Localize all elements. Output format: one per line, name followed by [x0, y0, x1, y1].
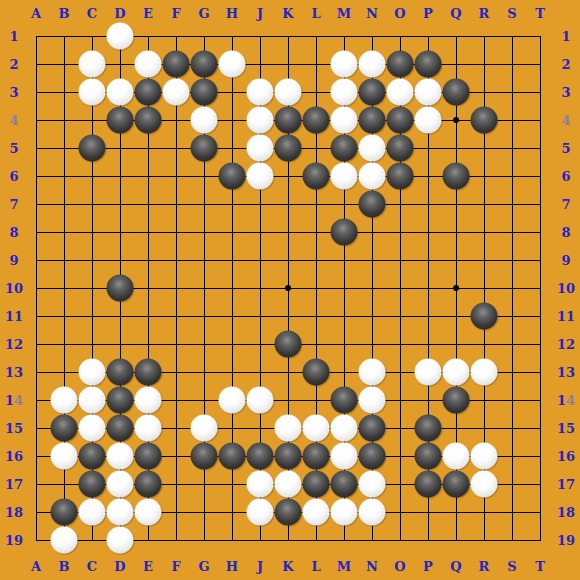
black-stone [275, 331, 302, 358]
row-label-left: 8 [9, 226, 18, 239]
white-stone [331, 163, 358, 190]
row-label-left: 9 [9, 254, 18, 267]
black-stone [303, 443, 330, 470]
row-label-right: 5 [561, 142, 570, 155]
white-stone [359, 387, 386, 414]
white-stone [79, 51, 106, 78]
white-stone [415, 107, 442, 134]
column-label-bottom: M [337, 560, 351, 573]
column-label-top: K [282, 7, 293, 20]
column-label-bottom: S [507, 560, 516, 573]
row-label-left: 2 [9, 58, 18, 71]
black-stone [331, 471, 358, 498]
column-label-top: B [59, 7, 70, 20]
white-stone [135, 51, 162, 78]
row-label-left: 4 [9, 114, 18, 127]
column-label-top: P [423, 7, 433, 20]
grid-line-horizontal [36, 316, 541, 317]
black-stone [135, 359, 162, 386]
black-stone [135, 107, 162, 134]
black-stone [275, 499, 302, 526]
column-label-bottom: A [31, 560, 41, 573]
row-label-right: 19 [557, 534, 575, 547]
white-stone [191, 107, 218, 134]
white-stone [247, 387, 274, 414]
star-point [453, 117, 459, 123]
column-label-top: O [394, 7, 405, 20]
black-stone [135, 443, 162, 470]
row-label-left: 12 [5, 338, 23, 351]
row-label-left: 10 [5, 282, 23, 295]
white-stone [79, 415, 106, 442]
black-stone [107, 387, 134, 414]
white-stone [387, 79, 414, 106]
white-stone [415, 79, 442, 106]
column-label-bottom: C [87, 560, 97, 573]
white-stone [51, 527, 78, 554]
grid-line-vertical [512, 36, 513, 541]
white-stone [135, 415, 162, 442]
black-stone [331, 219, 358, 246]
black-stone [191, 443, 218, 470]
white-stone [359, 135, 386, 162]
white-stone [359, 51, 386, 78]
white-stone [107, 23, 134, 50]
row-label-right: 9 [561, 254, 570, 267]
row-label-left: 3 [9, 86, 18, 99]
row-label-left: 13 [5, 366, 23, 379]
white-stone [275, 415, 302, 442]
white-stone [79, 79, 106, 106]
column-label-bottom: L [311, 560, 320, 573]
column-label-top: Q [450, 7, 461, 20]
white-stone [331, 443, 358, 470]
white-stone [107, 471, 134, 498]
white-stone [303, 499, 330, 526]
row-label-right: 16 [557, 450, 575, 463]
column-label-bottom: O [394, 560, 405, 573]
black-stone [471, 107, 498, 134]
row-label-right: 15 [557, 422, 575, 435]
black-stone [359, 443, 386, 470]
black-stone [219, 163, 246, 190]
white-stone [107, 499, 134, 526]
black-stone [219, 443, 246, 470]
row-label-right: 13 [557, 366, 575, 379]
column-label-top: C [87, 7, 97, 20]
row-label-right: 3 [561, 86, 570, 99]
black-stone [443, 163, 470, 190]
row-label-right: 1 [561, 30, 570, 43]
black-stone [303, 359, 330, 386]
white-stone [79, 387, 106, 414]
row-label-left: 16 [5, 450, 23, 463]
white-stone [443, 443, 470, 470]
row-label-left: 17 [5, 478, 23, 491]
column-label-bottom: R [479, 560, 490, 573]
row-label-right: 7 [561, 198, 570, 211]
row-label-right: 6 [561, 170, 570, 183]
white-stone [471, 359, 498, 386]
black-stone [359, 191, 386, 218]
black-stone [415, 51, 442, 78]
white-stone [51, 443, 78, 470]
black-stone [163, 51, 190, 78]
black-stone [443, 471, 470, 498]
black-stone [107, 415, 134, 442]
white-stone [107, 527, 134, 554]
column-label-top: S [507, 7, 516, 20]
row-label-left: 15 [5, 422, 23, 435]
black-stone [387, 51, 414, 78]
white-stone [471, 443, 498, 470]
white-stone [51, 387, 78, 414]
column-label-bottom: G [198, 560, 209, 573]
black-stone [79, 443, 106, 470]
black-stone [471, 303, 498, 330]
row-label-right: 18 [557, 506, 575, 519]
black-stone [247, 443, 274, 470]
column-label-bottom: F [171, 560, 180, 573]
white-stone [79, 499, 106, 526]
black-stone [443, 79, 470, 106]
column-label-bottom: H [226, 560, 238, 573]
black-stone [303, 471, 330, 498]
row-label-right: 2 [561, 58, 570, 71]
black-stone [79, 471, 106, 498]
row-label-left: 19 [5, 534, 23, 547]
column-label-bottom: D [114, 560, 125, 573]
white-stone [219, 387, 246, 414]
black-stone [359, 107, 386, 134]
black-stone [275, 107, 302, 134]
row-label-left: 5 [9, 142, 18, 155]
column-label-top: E [143, 7, 153, 20]
row-label-right: 4 [561, 114, 570, 127]
white-stone [331, 415, 358, 442]
column-label-bottom: J [257, 560, 263, 573]
star-point [285, 285, 291, 291]
white-stone [359, 499, 386, 526]
white-stone [135, 387, 162, 414]
white-stone [219, 51, 246, 78]
grid-line-vertical [540, 36, 541, 541]
column-label-top: G [198, 7, 209, 20]
white-stone [443, 359, 470, 386]
black-stone [275, 135, 302, 162]
white-stone [191, 415, 218, 442]
black-stone [387, 107, 414, 134]
row-label-right: 8 [561, 226, 570, 239]
row-label-right: 10 [557, 282, 575, 295]
white-stone [331, 79, 358, 106]
black-stone [387, 163, 414, 190]
black-stone [387, 135, 414, 162]
white-stone [247, 163, 274, 190]
column-label-top: L [311, 7, 320, 20]
white-stone [415, 359, 442, 386]
go-board[interactable]: AABBCCDDEEFFGGHHJJKKLLMMNNOOPPQQRRSSTT11… [0, 0, 580, 580]
column-label-bottom: T [535, 560, 545, 573]
black-stone [107, 107, 134, 134]
row-label-left: 1 [9, 30, 18, 43]
white-stone [247, 499, 274, 526]
column-label-top: J [257, 7, 263, 20]
black-stone [415, 443, 442, 470]
white-stone [275, 79, 302, 106]
white-stone [107, 443, 134, 470]
white-stone [107, 79, 134, 106]
black-stone [135, 471, 162, 498]
row-label-right: 14 [557, 394, 575, 407]
column-label-top: H [226, 7, 238, 20]
white-stone [359, 163, 386, 190]
white-stone [79, 359, 106, 386]
column-label-top: D [114, 7, 125, 20]
row-label-left: 14 [5, 394, 23, 407]
black-stone [331, 135, 358, 162]
column-label-top: N [366, 7, 378, 20]
white-stone [303, 415, 330, 442]
star-point [453, 285, 459, 291]
white-stone [275, 471, 302, 498]
white-stone [247, 79, 274, 106]
black-stone [107, 275, 134, 302]
column-label-bottom: B [59, 560, 70, 573]
white-stone [331, 51, 358, 78]
black-stone [443, 387, 470, 414]
black-stone [303, 163, 330, 190]
row-label-right: 12 [557, 338, 575, 351]
column-label-top: R [479, 7, 490, 20]
row-label-left: 18 [5, 506, 23, 519]
column-label-top: M [337, 7, 351, 20]
black-stone [79, 135, 106, 162]
white-stone [135, 499, 162, 526]
column-label-bottom: K [282, 560, 293, 573]
black-stone [275, 443, 302, 470]
black-stone [191, 51, 218, 78]
row-label-left: 6 [9, 170, 18, 183]
column-label-bottom: Q [450, 560, 461, 573]
black-stone [359, 79, 386, 106]
row-label-left: 7 [9, 198, 18, 211]
black-stone [191, 79, 218, 106]
white-stone [331, 499, 358, 526]
white-stone [247, 107, 274, 134]
black-stone [135, 79, 162, 106]
black-stone [331, 387, 358, 414]
column-label-bottom: P [423, 560, 433, 573]
black-stone [191, 135, 218, 162]
black-stone [51, 415, 78, 442]
black-stone [415, 415, 442, 442]
white-stone [163, 79, 190, 106]
column-label-bottom: N [366, 560, 378, 573]
row-label-left: 11 [5, 310, 23, 323]
column-label-top: F [171, 7, 180, 20]
row-label-right: 17 [557, 478, 575, 491]
black-stone [415, 471, 442, 498]
white-stone [247, 135, 274, 162]
white-stone [331, 107, 358, 134]
column-label-top: T [535, 7, 545, 20]
column-label-bottom: E [143, 560, 153, 573]
white-stone [359, 359, 386, 386]
black-stone [51, 499, 78, 526]
black-stone [107, 359, 134, 386]
row-label-right: 11 [557, 310, 575, 323]
white-stone [247, 471, 274, 498]
black-stone [359, 415, 386, 442]
column-label-top: A [31, 7, 41, 20]
black-stone [303, 107, 330, 134]
white-stone [471, 471, 498, 498]
white-stone [359, 471, 386, 498]
